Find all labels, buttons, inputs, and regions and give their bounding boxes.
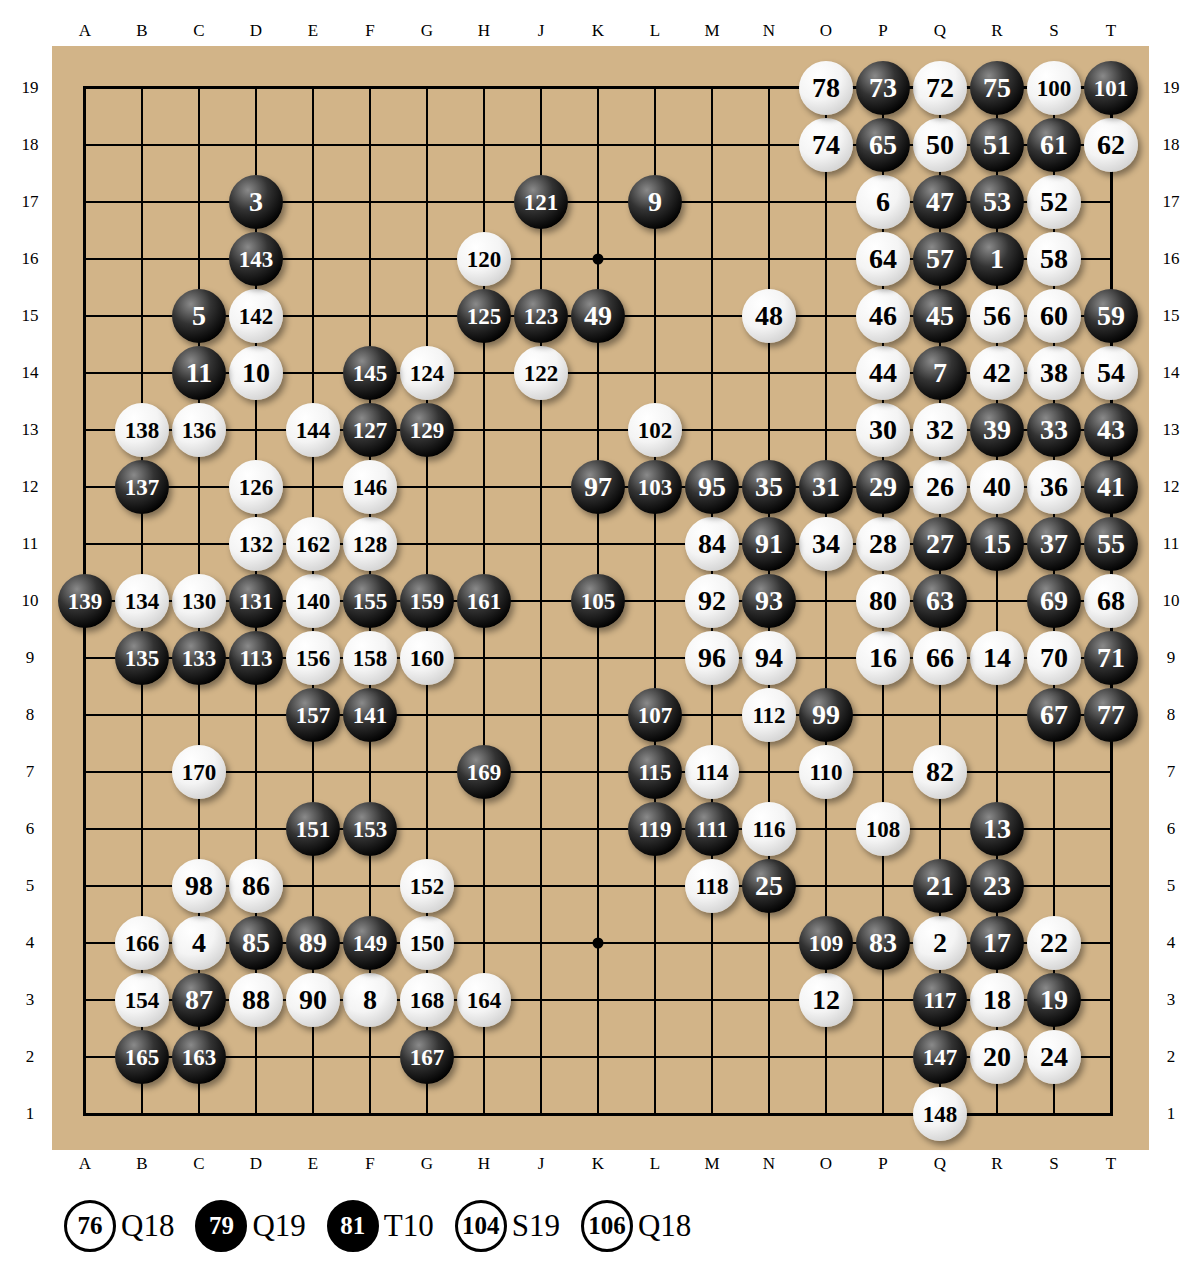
stone-black-h7[interactable]: 169 [457,745,511,799]
move-number: 85 [242,929,270,957]
stone-white-e10[interactable]: 140 [286,574,340,628]
stone-black-m6[interactable]: 111 [685,802,739,856]
move-number: 156 [296,647,331,670]
coord-col-bottom-o: O [820,1154,832,1174]
coord-col-top-h: H [478,21,490,41]
stone-black-t15[interactable]: 59 [1084,289,1138,343]
move-number: 83 [869,929,897,957]
stone-black-h15[interactable]: 125 [457,289,511,343]
coord-row-left-14: 14 [22,363,39,383]
stone-white-f9[interactable]: 158 [343,631,397,685]
stone-white-o3[interactable]: 12 [799,973,853,1027]
stone-black-t12[interactable]: 41 [1084,460,1138,514]
stone-white-q9[interactable]: 66 [913,631,967,685]
stone-black-q11[interactable]: 27 [913,517,967,571]
stone-black-j17[interactable]: 121 [514,175,568,229]
move-number: 69 [1040,587,1068,615]
coord-row-right-8: 8 [1167,705,1176,725]
coord-col-top-f: F [365,21,374,41]
move-number: 20 [983,1043,1011,1071]
stone-white-g3[interactable]: 168 [400,973,454,1027]
stone-white-m5[interactable]: 118 [685,859,739,913]
stone-white-m11[interactable]: 84 [685,517,739,571]
coord-col-top-t: T [1106,21,1116,41]
stone-white-l13[interactable]: 102 [628,403,682,457]
stone-white-o19[interactable]: 78 [799,61,853,115]
stone-white-s15[interactable]: 60 [1027,289,1081,343]
stone-black-f6[interactable]: 153 [343,802,397,856]
move-number: 99 [812,701,840,729]
move-number: 68 [1097,587,1125,615]
coord-col-top-r: R [991,21,1002,41]
coord-col-top-c: C [193,21,204,41]
stone-white-c5[interactable]: 98 [172,859,226,913]
coord-col-bottom-m: M [704,1154,719,1174]
stone-white-b13[interactable]: 138 [115,403,169,457]
stone-black-b2[interactable]: 165 [115,1030,169,1084]
stone-black-k12[interactable]: 97 [571,460,625,514]
stone-black-g2[interactable]: 167 [400,1030,454,1084]
stone-black-q10[interactable]: 63 [913,574,967,628]
stone-black-j15[interactable]: 123 [514,289,568,343]
stone-white-t10[interactable]: 68 [1084,574,1138,628]
move-number: 38 [1040,359,1068,387]
stone-white-r14[interactable]: 42 [970,346,1024,400]
stone-white-s14[interactable]: 38 [1027,346,1081,400]
move-number: 142 [239,305,274,328]
stone-black-e6[interactable]: 151 [286,802,340,856]
stone-white-r2[interactable]: 20 [970,1030,1024,1084]
move-number: 140 [296,590,331,613]
coord-row-left-9: 9 [26,648,35,668]
stone-white-e11[interactable]: 162 [286,517,340,571]
caption-stone-white: 76 [64,1200,116,1252]
move-number: 26 [926,473,954,501]
stone-black-q2[interactable]: 147 [913,1030,967,1084]
stone-black-r6[interactable]: 13 [970,802,1024,856]
stone-white-f3[interactable]: 8 [343,973,397,1027]
move-number: 120 [467,248,502,271]
stone-black-q15[interactable]: 45 [913,289,967,343]
move-number: 117 [923,989,956,1012]
coord-col-top-n: N [763,21,775,41]
move-number: 93 [755,587,783,615]
stone-white-q4[interactable]: 2 [913,916,967,970]
stone-white-g14[interactable]: 124 [400,346,454,400]
move-number: 64 [869,245,897,273]
stone-white-s19[interactable]: 100 [1027,61,1081,115]
move-number: 161 [467,590,502,613]
stone-black-d10[interactable]: 131 [229,574,283,628]
stone-black-s8[interactable]: 67 [1027,688,1081,742]
stone-black-l6[interactable]: 119 [628,802,682,856]
stone-white-q1[interactable]: 148 [913,1087,967,1141]
coord-row-left-19: 19 [22,78,39,98]
stone-black-c9[interactable]: 133 [172,631,226,685]
move-number: 51 [983,131,1011,159]
stone-white-r15[interactable]: 56 [970,289,1024,343]
coord-row-left-6: 6 [26,819,35,839]
stone-white-p6[interactable]: 108 [856,802,910,856]
move-number: 107 [638,704,673,727]
stone-black-b12[interactable]: 137 [115,460,169,514]
stone-black-f4[interactable]: 149 [343,916,397,970]
stone-white-p11[interactable]: 28 [856,517,910,571]
move-number: 55 [1097,530,1125,558]
move-number: 127 [353,419,388,442]
stone-black-n10[interactable]: 93 [742,574,796,628]
move-number: 4 [192,929,206,957]
stone-white-f11[interactable]: 128 [343,517,397,571]
stone-black-s3[interactable]: 19 [1027,973,1081,1027]
stone-black-q3[interactable]: 117 [913,973,967,1027]
stone-black-e8[interactable]: 157 [286,688,340,742]
caption-point-label: Q18 [638,1208,691,1244]
move-number: 125 [467,305,502,328]
move-number: 134 [125,590,160,613]
move-number: 113 [239,647,272,670]
move-number: 42 [983,359,1011,387]
move-number: 49 [584,302,612,330]
move-number: 146 [353,476,388,499]
stone-black-t8[interactable]: 77 [1084,688,1138,742]
coord-col-bottom-n: N [763,1154,775,1174]
stone-black-p18[interactable]: 65 [856,118,910,172]
move-number: 139 [68,590,103,613]
stone-black-s10[interactable]: 69 [1027,574,1081,628]
stone-black-d16[interactable]: 143 [229,232,283,286]
stone-black-g10[interactable]: 159 [400,574,454,628]
stone-white-s12[interactable]: 36 [1027,460,1081,514]
stone-white-s4[interactable]: 22 [1027,916,1081,970]
stone-black-o12[interactable]: 31 [799,460,853,514]
move-number: 60 [1040,302,1068,330]
stone-white-p16[interactable]: 64 [856,232,910,286]
stone-white-c10[interactable]: 130 [172,574,226,628]
move-number: 143 [239,248,274,271]
move-number: 131 [239,590,274,613]
stone-white-m10[interactable]: 92 [685,574,739,628]
stone-white-q13[interactable]: 32 [913,403,967,457]
move-number: 71 [1097,644,1125,672]
stone-white-d5[interactable]: 86 [229,859,283,913]
stone-black-r11[interactable]: 15 [970,517,1024,571]
coord-row-right-10: 10 [1163,591,1180,611]
coord-col-bottom-t: T [1106,1154,1116,1174]
stone-white-c4[interactable]: 4 [172,916,226,970]
coord-col-top-e: E [308,21,318,41]
stone-white-s17[interactable]: 52 [1027,175,1081,229]
coord-row-left-4: 4 [26,933,35,953]
stone-white-r9[interactable]: 14 [970,631,1024,685]
stone-black-o8[interactable]: 99 [799,688,853,742]
move-number: 5 [192,302,206,330]
stone-black-f14[interactable]: 145 [343,346,397,400]
move-number: 32 [926,416,954,444]
stone-white-d11[interactable]: 132 [229,517,283,571]
move-number: 169 [467,761,502,784]
stone-black-e4[interactable]: 89 [286,916,340,970]
move-number: 12 [812,986,840,1014]
stone-white-h16[interactable]: 120 [457,232,511,286]
stone-white-p13[interactable]: 30 [856,403,910,457]
coord-row-right-15: 15 [1163,306,1180,326]
stone-black-f10[interactable]: 155 [343,574,397,628]
stone-white-c13[interactable]: 136 [172,403,226,457]
coord-row-left-1: 1 [26,1104,35,1124]
stone-white-t14[interactable]: 54 [1084,346,1138,400]
stone-black-n5[interactable]: 25 [742,859,796,913]
move-number: 35 [755,473,783,501]
stone-white-m9[interactable]: 96 [685,631,739,685]
coord-row-left-17: 17 [22,192,39,212]
move-number: 89 [299,929,327,957]
move-number: 114 [695,761,728,784]
stone-black-a10[interactable]: 139 [58,574,112,628]
stone-white-j14[interactable]: 122 [514,346,568,400]
stone-black-h10[interactable]: 161 [457,574,511,628]
move-number: 70 [1040,644,1068,672]
stone-black-p19[interactable]: 73 [856,61,910,115]
stone-black-q5[interactable]: 21 [913,859,967,913]
stone-white-d14[interactable]: 10 [229,346,283,400]
stone-white-s9[interactable]: 70 [1027,631,1081,685]
coord-row-right-4: 4 [1167,933,1176,953]
move-number: 116 [752,818,785,841]
move-number: 103 [638,476,673,499]
move-number: 94 [755,644,783,672]
coord-row-right-19: 19 [1163,78,1180,98]
coord-row-left-2: 2 [26,1047,35,1067]
coord-col-bottom-c: C [193,1154,204,1174]
coord-row-left-7: 7 [26,762,35,782]
move-number: 152 [410,875,445,898]
stone-white-c7[interactable]: 170 [172,745,226,799]
stone-white-d12[interactable]: 126 [229,460,283,514]
stone-white-q19[interactable]: 72 [913,61,967,115]
stone-white-b10[interactable]: 134 [115,574,169,628]
stone-black-s13[interactable]: 33 [1027,403,1081,457]
move-number: 168 [410,989,445,1012]
coord-row-left-12: 12 [22,477,39,497]
move-number: 101 [1094,77,1129,100]
stone-black-b9[interactable]: 135 [115,631,169,685]
stone-black-l12[interactable]: 103 [628,460,682,514]
stone-white-q18[interactable]: 50 [913,118,967,172]
stone-white-q7[interactable]: 82 [913,745,967,799]
stone-white-p17[interactable]: 6 [856,175,910,229]
stone-black-s18[interactable]: 61 [1027,118,1081,172]
stone-white-s2[interactable]: 24 [1027,1030,1081,1084]
stone-white-m7[interactable]: 114 [685,745,739,799]
stone-black-q17[interactable]: 47 [913,175,967,229]
move-number: 39 [983,416,1011,444]
stone-white-g4[interactable]: 150 [400,916,454,970]
caption-stone-black: 81 [327,1200,379,1252]
stone-white-n6[interactable]: 116 [742,802,796,856]
stone-black-f8[interactable]: 141 [343,688,397,742]
stone-black-l8[interactable]: 107 [628,688,682,742]
stone-black-q16[interactable]: 57 [913,232,967,286]
coord-row-left-13: 13 [22,420,39,440]
stone-black-r13[interactable]: 39 [970,403,1024,457]
move-number: 40 [983,473,1011,501]
stone-white-b4[interactable]: 166 [115,916,169,970]
stone-white-o11[interactable]: 34 [799,517,853,571]
move-number: 10 [242,359,270,387]
move-number: 84 [698,530,726,558]
move-number: 2 [933,929,947,957]
coord-row-left-18: 18 [22,135,39,155]
move-number: 159 [410,590,445,613]
coord-row-left-15: 15 [22,306,39,326]
stone-black-t9[interactable]: 71 [1084,631,1138,685]
move-number: 46 [869,302,897,330]
stone-black-n12[interactable]: 35 [742,460,796,514]
move-number: 167 [410,1046,445,1069]
move-number: 133 [182,647,217,670]
move-number: 22 [1040,929,1068,957]
stone-black-p4[interactable]: 83 [856,916,910,970]
stone-black-n11[interactable]: 91 [742,517,796,571]
stone-black-p12[interactable]: 29 [856,460,910,514]
stone-white-p15[interactable]: 46 [856,289,910,343]
stone-black-t11[interactable]: 55 [1084,517,1138,571]
stone-black-d9[interactable]: 113 [229,631,283,685]
coord-row-right-7: 7 [1167,762,1176,782]
move-number: 58 [1040,245,1068,273]
move-number: 100 [1037,77,1072,100]
move-number: 37 [1040,530,1068,558]
move-number: 130 [182,590,217,613]
caption-point-label: Q19 [252,1208,305,1244]
stone-black-c14[interactable]: 11 [172,346,226,400]
stone-black-r18[interactable]: 51 [970,118,1024,172]
stone-black-c3[interactable]: 87 [172,973,226,1027]
coord-row-right-3: 3 [1167,990,1176,1010]
stone-black-d4[interactable]: 85 [229,916,283,970]
move-number: 118 [695,875,728,898]
stone-white-g5[interactable]: 152 [400,859,454,913]
stone-black-o4[interactable]: 109 [799,916,853,970]
move-number: 78 [812,74,840,102]
stone-black-r5[interactable]: 23 [970,859,1024,913]
move-number: 153 [353,818,388,841]
coord-col-bottom-h: H [478,1154,490,1174]
move-number: 137 [125,476,160,499]
move-number: 148 [923,1103,958,1126]
stone-black-r17[interactable]: 53 [970,175,1024,229]
stone-white-t18[interactable]: 62 [1084,118,1138,172]
stone-white-o7[interactable]: 110 [799,745,853,799]
stone-white-d15[interactable]: 142 [229,289,283,343]
stone-black-c15[interactable]: 5 [172,289,226,343]
stone-black-t19[interactable]: 101 [1084,61,1138,115]
move-number: 72 [926,74,954,102]
stone-white-n8[interactable]: 112 [742,688,796,742]
stone-white-p14[interactable]: 44 [856,346,910,400]
stone-black-l17[interactable]: 9 [628,175,682,229]
move-number: 75 [983,74,1011,102]
stone-white-h3[interactable]: 164 [457,973,511,1027]
stone-white-b3[interactable]: 154 [115,973,169,1027]
move-number: 41 [1097,473,1125,501]
stone-white-n15[interactable]: 48 [742,289,796,343]
move-number: 151 [296,818,331,841]
stone-black-q14[interactable]: 7 [913,346,967,400]
caption-stone-black: 79 [195,1200,247,1252]
move-number: 164 [467,989,502,1012]
stone-black-r16[interactable]: 1 [970,232,1024,286]
stone-white-e13[interactable]: 144 [286,403,340,457]
stone-white-r3[interactable]: 18 [970,973,1024,1027]
move-number: 108 [866,818,901,841]
move-number: 66 [926,644,954,672]
stone-white-s16[interactable]: 58 [1027,232,1081,286]
move-number: 47 [926,188,954,216]
move-number: 119 [638,818,671,841]
move-number: 132 [239,533,274,556]
stone-white-p9[interactable]: 16 [856,631,910,685]
coord-col-bottom-g: G [421,1154,433,1174]
move-number: 157 [296,704,331,727]
stone-white-e3[interactable]: 90 [286,973,340,1027]
coord-col-bottom-p: P [878,1154,887,1174]
stone-white-q12[interactable]: 26 [913,460,967,514]
coord-col-top-o: O [820,21,832,41]
move-number: 96 [698,644,726,672]
stone-black-c2[interactable]: 163 [172,1030,226,1084]
stone-black-g13[interactable]: 129 [400,403,454,457]
coord-col-top-p: P [878,21,887,41]
coord-col-top-d: D [250,21,262,41]
stone-black-r4[interactable]: 17 [970,916,1024,970]
stone-white-o18[interactable]: 74 [799,118,853,172]
stone-black-k10[interactable]: 105 [571,574,625,628]
stone-black-l7[interactable]: 115 [628,745,682,799]
move-number: 50 [926,131,954,159]
coord-row-left-10: 10 [22,591,39,611]
stone-white-n9[interactable]: 94 [742,631,796,685]
coord-row-right-2: 2 [1167,1047,1176,1067]
stone-white-r12[interactable]: 40 [970,460,1024,514]
move-number: 138 [125,419,160,442]
stone-black-t13[interactable]: 43 [1084,403,1138,457]
stone-black-k15[interactable]: 49 [571,289,625,343]
stone-black-r19[interactable]: 75 [970,61,1024,115]
move-number: 124 [410,362,445,385]
move-number: 144 [296,419,331,442]
coord-row-left-16: 16 [22,249,39,269]
coord-row-right-14: 14 [1163,363,1180,383]
stone-black-m12[interactable]: 95 [685,460,739,514]
move-number: 15 [983,530,1011,558]
move-number: 31 [812,473,840,501]
move-number: 74 [812,131,840,159]
coord-col-top-a: A [79,21,91,41]
move-number: 6 [876,188,890,216]
coord-row-left-8: 8 [26,705,35,725]
move-number: 14 [983,644,1011,672]
stone-black-f13[interactable]: 127 [343,403,397,457]
stone-black-s11[interactable]: 37 [1027,517,1081,571]
stone-white-f12[interactable]: 146 [343,460,397,514]
stone-white-p10[interactable]: 80 [856,574,910,628]
stone-white-d3[interactable]: 88 [229,973,283,1027]
stone-white-g9[interactable]: 160 [400,631,454,685]
stone-white-e9[interactable]: 156 [286,631,340,685]
stone-black-d17[interactable]: 3 [229,175,283,229]
